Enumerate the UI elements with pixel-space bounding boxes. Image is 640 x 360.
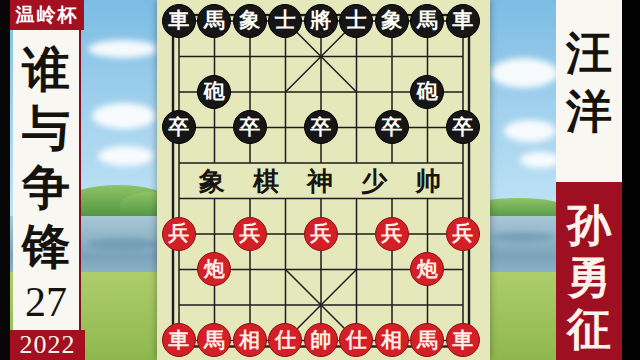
- players-sidebar: 汪 洋 孙 勇 征: [556, 0, 622, 360]
- piece-black-elephant[interactable]: 象: [375, 4, 409, 38]
- cloud: [490, 58, 558, 88]
- piece-black-soldier[interactable]: 卒: [304, 110, 338, 144]
- piece-black-cannon[interactable]: 砲: [410, 75, 444, 109]
- player-top-name: 汪 洋: [556, 0, 622, 182]
- piece-red-soldier[interactable]: 兵: [446, 217, 480, 251]
- episode-number: 27: [25, 280, 67, 324]
- piece-black-soldier[interactable]: 卒: [446, 110, 480, 144]
- right-black-edge: [622, 0, 640, 360]
- cloud: [92, 103, 156, 129]
- left-black-edge: [0, 0, 10, 360]
- piece-grid: 車馬象士將士象馬車砲砲卒卒卒卒卒兵兵兵兵兵炮炮車馬相仕帥仕相馬車: [161, 3, 481, 358]
- piece-red-chariot[interactable]: 車: [446, 323, 480, 357]
- cloud: [88, 40, 158, 58]
- piece-black-horse[interactable]: 馬: [197, 4, 231, 38]
- piece-black-horse[interactable]: 馬: [410, 4, 444, 38]
- xiangqi-board[interactable]: 象 棋 神 少 帅 車馬象士將士象馬車砲砲卒卒卒卒卒兵兵兵兵兵炮炮車馬相仕帥仕相…: [157, 0, 490, 360]
- title-char: 与: [22, 103, 70, 155]
- piece-red-cannon[interactable]: 炮: [410, 252, 444, 286]
- year-banner: 2022: [10, 330, 85, 360]
- piece-red-elephant[interactable]: 相: [375, 323, 409, 357]
- piece-black-advisor[interactable]: 士: [268, 4, 302, 38]
- player-char: 孙: [567, 202, 611, 250]
- piece-red-horse[interactable]: 馬: [410, 323, 444, 357]
- piece-red-horse[interactable]: 馬: [197, 323, 231, 357]
- water-streak: [88, 238, 158, 250]
- cloud: [520, 152, 560, 168]
- piece-black-advisor[interactable]: 士: [339, 4, 373, 38]
- piece-red-cannon[interactable]: 炮: [197, 252, 231, 286]
- player-char: 勇: [567, 254, 611, 302]
- piece-black-cannon[interactable]: 砲: [197, 75, 231, 109]
- player-bottom-name: 孙 勇 征: [556, 182, 622, 360]
- piece-black-general[interactable]: 將: [304, 4, 338, 38]
- piece-red-soldier[interactable]: 兵: [304, 217, 338, 251]
- piece-red-advisor[interactable]: 仕: [339, 323, 373, 357]
- series-title-strip: 谁 与 争 锋 27: [13, 30, 81, 330]
- video-frame: 象 棋 神 少 帅 車馬象士將士象馬車砲砲卒卒卒卒卒兵兵兵兵兵炮炮車馬相仕帥仕相…: [0, 0, 640, 360]
- piece-black-soldier[interactable]: 卒: [162, 110, 196, 144]
- piece-red-elephant[interactable]: 相: [233, 323, 267, 357]
- cloud: [98, 146, 154, 166]
- title-char: 谁: [22, 44, 70, 96]
- piece-black-chariot[interactable]: 車: [162, 4, 196, 38]
- player-char: 汪: [566, 30, 612, 78]
- piece-black-elephant[interactable]: 象: [233, 4, 267, 38]
- piece-red-advisor[interactable]: 仕: [268, 323, 302, 357]
- tournament-banner: 温岭杯: [10, 0, 84, 30]
- water-streak: [492, 232, 554, 242]
- title-char: 争: [22, 162, 70, 214]
- cloud: [504, 120, 556, 142]
- piece-black-soldier[interactable]: 卒: [375, 110, 409, 144]
- piece-red-soldier[interactable]: 兵: [375, 217, 409, 251]
- piece-black-chariot[interactable]: 車: [446, 4, 480, 38]
- title-char: 锋: [22, 221, 70, 273]
- player-char: 征: [567, 306, 611, 354]
- piece-red-general[interactable]: 帥: [304, 323, 338, 357]
- piece-red-soldier[interactable]: 兵: [233, 217, 267, 251]
- player-char: 洋: [566, 88, 612, 136]
- piece-black-soldier[interactable]: 卒: [233, 110, 267, 144]
- piece-red-soldier[interactable]: 兵: [162, 217, 196, 251]
- piece-red-chariot[interactable]: 車: [162, 323, 196, 357]
